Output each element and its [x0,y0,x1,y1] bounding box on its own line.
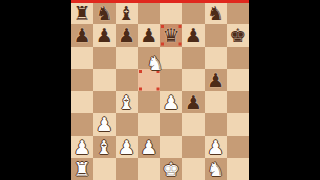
square-d7[interactable]: ♟ [138,24,160,46]
square-c4[interactable]: ♝ [116,91,138,113]
piece-white-pawn: ♟ [163,91,180,113]
square-f8[interactable] [182,2,204,24]
piece-white-pawn: ♟ [74,136,91,158]
square-h6[interactable] [227,47,249,69]
square-e1[interactable]: ♚ [160,158,182,180]
piece-white-knight: ♞ [146,52,163,74]
square-f6[interactable] [182,47,204,69]
square-d4[interactable] [138,91,160,113]
square-f7[interactable]: ♟ [182,24,204,46]
piece-black-queen: ♛ [163,24,180,46]
square-h4[interactable] [227,91,249,113]
square-a2[interactable]: ♟ [71,136,93,158]
square-f3[interactable] [182,113,204,135]
piece-black-pawn: ♟ [74,24,91,46]
square-f5[interactable] [182,69,204,91]
square-g1[interactable]: ♞ [205,158,227,180]
square-f2[interactable] [182,136,204,158]
square-g3[interactable] [205,113,227,135]
square-a8[interactable]: ♜ [71,2,93,24]
piece-black-pawn: ♟ [185,91,202,113]
piece-black-bishop: ♝ [118,2,135,24]
piece-black-pawn: ♟ [96,24,113,46]
square-g5[interactable]: ♟ [205,69,227,91]
square-b7[interactable]: ♟ [93,24,115,46]
square-h8[interactable] [227,2,249,24]
square-f1[interactable] [182,158,204,180]
square-c6[interactable] [116,47,138,69]
piece-black-pawn: ♟ [207,69,224,91]
chess-board[interactable]: ♜♞♝♞♟♟♟♟♛♟♚♟♝♟♟♟♟♝♟♟♟♜♚♞♞ [71,2,249,180]
square-a4[interactable] [71,91,93,113]
square-g8[interactable]: ♞ [205,2,227,24]
piece-black-pawn: ♟ [140,24,157,46]
piece-white-bishop: ♝ [96,136,113,158]
piece-black-king: ♚ [229,24,246,46]
square-a6[interactable] [71,47,93,69]
piece-white-pawn: ♟ [207,136,224,158]
top-progress-bar [71,0,249,3]
piece-black-rook: ♜ [74,2,91,24]
square-h3[interactable] [227,113,249,135]
animating-knight-piece: ♞ [144,52,166,74]
square-a1[interactable]: ♜ [71,158,93,180]
square-e3[interactable] [160,113,182,135]
piece-white-pawn: ♟ [118,136,135,158]
square-g4[interactable] [205,91,227,113]
square-h5[interactable] [227,69,249,91]
piece-white-rook: ♜ [74,158,91,180]
square-d8[interactable] [138,2,160,24]
square-h2[interactable] [227,136,249,158]
piece-white-king: ♚ [163,158,180,180]
square-b4[interactable] [93,91,115,113]
square-d1[interactable] [138,158,160,180]
square-g7[interactable] [205,24,227,46]
square-a3[interactable] [71,113,93,135]
square-a5[interactable] [71,69,93,91]
square-e4[interactable]: ♟ [160,91,182,113]
piece-white-pawn: ♟ [96,113,113,135]
square-b6[interactable] [93,47,115,69]
video-frame: ♜♞♝♞♟♟♟♟♛♟♚♟♝♟♟♟♟♝♟♟♟♜♚♞♞ [0,0,320,180]
square-g2[interactable]: ♟ [205,136,227,158]
piece-black-knight: ♞ [96,2,113,24]
square-c5[interactable] [116,69,138,91]
piece-white-knight: ♞ [207,158,224,180]
square-d2[interactable]: ♟ [138,136,160,158]
square-c2[interactable]: ♟ [116,136,138,158]
piece-white-pawn: ♟ [140,136,157,158]
square-h7[interactable]: ♚ [227,24,249,46]
square-c3[interactable] [116,113,138,135]
square-b2[interactable]: ♝ [93,136,115,158]
square-b1[interactable] [93,158,115,180]
square-h1[interactable] [227,158,249,180]
piece-black-pawn: ♟ [118,24,135,46]
square-f4[interactable]: ♟ [182,91,204,113]
square-g6[interactable] [205,47,227,69]
square-e8[interactable] [160,2,182,24]
square-b5[interactable] [93,69,115,91]
square-c7[interactable]: ♟ [116,24,138,46]
square-c1[interactable] [116,158,138,180]
square-e2[interactable] [160,136,182,158]
piece-black-knight: ♞ [207,2,224,24]
square-e7[interactable]: ♛ [160,24,182,46]
square-b3[interactable]: ♟ [93,113,115,135]
piece-white-bishop: ♝ [118,91,135,113]
square-d3[interactable] [138,113,160,135]
square-b8[interactable]: ♞ [93,2,115,24]
square-c8[interactable]: ♝ [116,2,138,24]
square-a7[interactable]: ♟ [71,24,93,46]
piece-black-pawn: ♟ [185,24,202,46]
